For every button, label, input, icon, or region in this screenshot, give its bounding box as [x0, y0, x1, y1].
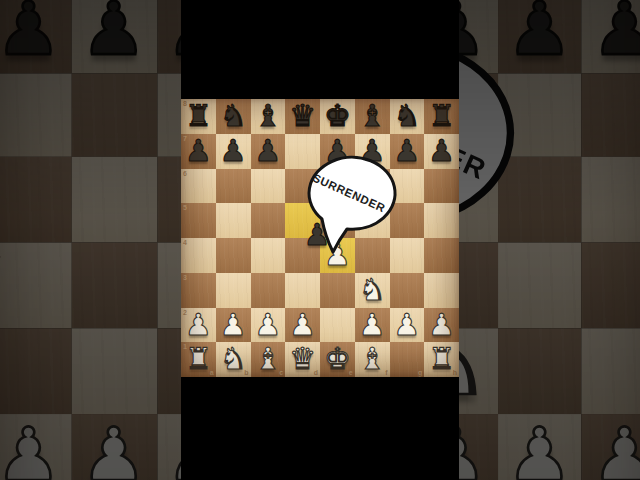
square-b4[interactable]: [216, 238, 251, 273]
square-b3: [71, 328, 156, 413]
chess-scene: 8♜♞♝♛♚♝♞♜7♟♟♟♟♟♟♟654♟3♞2♟♟♟♟♟♟♟1a♜b♞c♝d♛…: [181, 99, 459, 377]
square-g8[interactable]: ♞: [390, 99, 425, 134]
white-queen-d1: ♛: [285, 342, 320, 377]
square-h2[interactable]: ♟: [424, 308, 459, 343]
white-pawn-f2: ♟: [355, 308, 390, 343]
square-b2: ♟: [71, 413, 156, 480]
square-d2[interactable]: ♟: [285, 308, 320, 343]
square-h6[interactable]: [424, 169, 459, 204]
square-b5: [71, 157, 156, 242]
white-pawn-a2: ♟: [0, 413, 71, 480]
square-g1[interactable]: g: [390, 342, 425, 377]
white-pawn-h2: ♟: [582, 413, 640, 480]
square-h7: ♟: [582, 0, 640, 72]
square-f2[interactable]: ♟: [355, 308, 390, 343]
square-g3[interactable]: [390, 273, 425, 308]
square-b7: ♟: [71, 0, 156, 72]
square-h3[interactable]: [424, 273, 459, 308]
square-c7[interactable]: ♟: [251, 134, 286, 169]
square-h7[interactable]: ♟: [424, 134, 459, 169]
square-h4[interactable]: [424, 238, 459, 273]
square-f8[interactable]: ♝: [355, 99, 390, 134]
black-pawn-h7: ♟: [424, 134, 459, 169]
white-king-e1: ♚: [320, 342, 355, 377]
white-pawn-a2: ♟: [181, 308, 216, 343]
black-bishop-f8: ♝: [355, 99, 390, 134]
square-b1[interactable]: b♞: [216, 342, 251, 377]
square-b7[interactable]: ♟: [216, 134, 251, 169]
white-pawn-g2: ♟: [390, 308, 425, 343]
square-e3[interactable]: [320, 273, 355, 308]
file-label-g: g: [418, 369, 422, 376]
square-a2: 2♟: [0, 413, 71, 480]
square-h4: [582, 243, 640, 328]
square-f1[interactable]: f♝: [355, 342, 390, 377]
square-a5[interactable]: 5: [181, 203, 216, 238]
square-g4: [497, 243, 582, 328]
black-pawn-h7: ♟: [582, 0, 640, 72]
square-h5[interactable]: [424, 203, 459, 238]
square-h5: [582, 157, 640, 242]
black-knight-b8: ♞: [216, 99, 251, 134]
square-a8[interactable]: 8♜: [181, 99, 216, 134]
square-g3: [497, 328, 582, 413]
white-pawn-b2: ♟: [216, 308, 251, 343]
square-g2[interactable]: ♟: [390, 308, 425, 343]
square-e2[interactable]: [320, 308, 355, 343]
square-g5: [497, 157, 582, 242]
square-a4: 4: [0, 243, 71, 328]
square-a4[interactable]: 4: [181, 238, 216, 273]
black-pawn-a7: ♟: [0, 0, 71, 72]
square-g7: ♟: [497, 0, 582, 72]
square-a3: 3: [0, 328, 71, 413]
black-bishop-c8: ♝: [251, 99, 286, 134]
square-h2: ♟: [582, 413, 640, 480]
white-rook-h1: ♜: [424, 342, 459, 377]
square-d1[interactable]: d♛: [285, 342, 320, 377]
white-bishop-c1: ♝: [251, 342, 286, 377]
white-pawn-h2: ♟: [424, 308, 459, 343]
square-c1[interactable]: c♝: [251, 342, 286, 377]
square-f3[interactable]: ♞: [355, 273, 390, 308]
black-pawn-b7: ♟: [71, 0, 156, 72]
square-a7[interactable]: 7♟: [181, 134, 216, 169]
square-e8[interactable]: ♚: [320, 99, 355, 134]
square-e1[interactable]: e♚: [320, 342, 355, 377]
white-knight-f3: ♞: [355, 273, 390, 308]
black-pawn-a7: ♟: [181, 134, 216, 169]
shorts-video-frame: 8♜♞♝♛♚♝♞♜7♟♟♟♟♟♟♟654♟3♞2♟♟♟♟♟♟♟1a♜b♞c♝d♛…: [0, 0, 640, 480]
black-knight-g8: ♞: [390, 99, 425, 134]
square-g6: [497, 72, 582, 157]
square-a7: 7♟: [0, 0, 71, 72]
square-c4[interactable]: [251, 238, 286, 273]
square-c2[interactable]: ♟: [251, 308, 286, 343]
foreground-video-column: 8♜♞♝♛♚♝♞♜7♟♟♟♟♟♟♟654♟3♞2♟♟♟♟♟♟♟1a♜b♞c♝d♛…: [181, 0, 459, 480]
rank-label-4: 4: [183, 239, 187, 246]
square-h3: [582, 328, 640, 413]
square-b6: [71, 72, 156, 157]
square-b2[interactable]: ♟: [216, 308, 251, 343]
white-rook-a1: ♜: [181, 342, 216, 377]
black-king-e8: ♚: [320, 99, 355, 134]
square-a6[interactable]: 6: [181, 169, 216, 204]
black-rook-h8: ♜: [424, 99, 459, 134]
square-a1[interactable]: 1a♜: [181, 342, 216, 377]
square-h6: [582, 72, 640, 157]
white-knight-b1: ♞: [216, 342, 251, 377]
square-c3[interactable]: [251, 273, 286, 308]
black-queen-d8: ♛: [285, 99, 320, 134]
white-pawn-b2: ♟: [71, 413, 156, 480]
black-pawn-b7: ♟: [216, 134, 251, 169]
square-h1[interactable]: h♜: [424, 342, 459, 377]
square-g2: ♟: [497, 413, 582, 480]
rank-label-6: 6: [183, 170, 187, 177]
white-pawn-g2: ♟: [497, 413, 582, 480]
square-a5: 5: [0, 157, 71, 242]
rank-label-5: 5: [183, 204, 187, 211]
square-b6[interactable]: [216, 169, 251, 204]
black-rook-a8: ♜: [181, 99, 216, 134]
square-a2[interactable]: 2♟: [181, 308, 216, 343]
white-pawn-d2: ♟: [285, 308, 320, 343]
white-bishop-f1: ♝: [355, 342, 390, 377]
square-c6[interactable]: [251, 169, 286, 204]
square-c5[interactable]: [251, 203, 286, 238]
square-b3[interactable]: [216, 273, 251, 308]
square-b5[interactable]: [216, 203, 251, 238]
square-h8[interactable]: ♜: [424, 99, 459, 134]
white-pawn-c2: ♟: [251, 308, 286, 343]
square-d8[interactable]: ♛: [285, 99, 320, 134]
black-pawn-g7: ♟: [497, 0, 582, 72]
black-pawn-c7: ♟: [251, 134, 286, 169]
rank-label-3: 3: [183, 274, 187, 281]
square-d3[interactable]: [285, 273, 320, 308]
square-a6: 6: [0, 72, 71, 157]
square-c8[interactable]: ♝: [251, 99, 286, 134]
square-b4: [71, 243, 156, 328]
square-a3[interactable]: 3: [181, 273, 216, 308]
square-b8[interactable]: ♞: [216, 99, 251, 134]
speech-bubble: SURRENDER: [289, 133, 409, 263]
